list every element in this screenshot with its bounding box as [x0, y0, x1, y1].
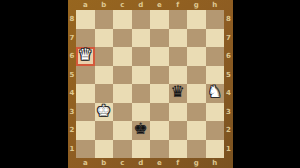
piece-white-knight[interactable]: ♞: [208, 84, 222, 100]
square-d5[interactable]: [132, 66, 151, 85]
square-e6[interactable]: [150, 47, 169, 66]
rank-labels-left: 87654321: [68, 10, 76, 158]
rank-label-1: 1: [68, 140, 76, 159]
square-g5[interactable]: [187, 66, 206, 85]
square-g4[interactable]: [187, 84, 206, 103]
square-b4[interactable]: [95, 84, 114, 103]
square-d1[interactable]: [132, 140, 151, 159]
square-b3[interactable]: ♚: [95, 103, 114, 122]
square-e3[interactable]: [150, 103, 169, 122]
chess-board: abcdefgh 87654321 ♛♛♞♚♚ 87654321 abcdefg…: [68, 0, 233, 168]
square-h1[interactable]: [206, 140, 225, 159]
square-f3[interactable]: [169, 103, 188, 122]
square-f8[interactable]: [169, 10, 188, 29]
square-c2[interactable]: [113, 121, 132, 140]
piece-black-king[interactable]: ♚: [134, 121, 148, 137]
rank-label-2: 2: [68, 121, 76, 140]
square-a2[interactable]: [76, 121, 95, 140]
square-d4[interactable]: [132, 84, 151, 103]
square-c1[interactable]: [113, 140, 132, 159]
square-h8[interactable]: [206, 10, 225, 29]
file-label-d: d: [132, 0, 151, 10]
square-b1[interactable]: [95, 140, 114, 159]
piece-white-queen[interactable]: ♛: [78, 47, 92, 63]
square-e4[interactable]: [150, 84, 169, 103]
square-d6[interactable]: [132, 47, 151, 66]
rank-label-6: 6: [224, 47, 233, 66]
file-label-a: a: [76, 158, 95, 168]
square-g2[interactable]: [187, 121, 206, 140]
file-label-f: f: [169, 158, 188, 168]
file-label-e: e: [150, 158, 169, 168]
square-g8[interactable]: [187, 10, 206, 29]
square-f1[interactable]: [169, 140, 188, 159]
square-b7[interactable]: [95, 29, 114, 48]
square-d2[interactable]: ♚: [132, 121, 151, 140]
board-grid: ♛♛♞♚♚: [76, 10, 224, 158]
rank-label-7: 7: [224, 29, 233, 48]
rank-label-4: 4: [224, 84, 233, 103]
rank-label-5: 5: [68, 66, 76, 85]
file-label-b: b: [95, 0, 114, 10]
file-label-g: g: [187, 158, 206, 168]
square-h6[interactable]: [206, 47, 225, 66]
file-label-f: f: [169, 0, 188, 10]
file-label-d: d: [132, 158, 151, 168]
square-h4[interactable]: ♞: [206, 84, 225, 103]
file-label-h: h: [206, 0, 225, 10]
rank-label-2: 2: [224, 121, 233, 140]
rank-label-3: 3: [224, 103, 233, 122]
rank-label-5: 5: [224, 66, 233, 85]
square-f5[interactable]: [169, 66, 188, 85]
file-label-a: a: [76, 0, 95, 10]
square-c7[interactable]: [113, 29, 132, 48]
square-b6[interactable]: [95, 47, 114, 66]
square-b8[interactable]: [95, 10, 114, 29]
piece-black-queen[interactable]: ♛: [171, 84, 185, 100]
rank-label-4: 4: [68, 84, 76, 103]
square-h2[interactable]: [206, 121, 225, 140]
square-h7[interactable]: [206, 29, 225, 48]
square-a6[interactable]: ♛: [76, 47, 95, 66]
rank-label-8: 8: [68, 10, 76, 29]
square-d7[interactable]: [132, 29, 151, 48]
file-label-b: b: [95, 158, 114, 168]
square-c5[interactable]: [113, 66, 132, 85]
file-label-g: g: [187, 0, 206, 10]
square-c3[interactable]: [113, 103, 132, 122]
square-e5[interactable]: [150, 66, 169, 85]
square-f2[interactable]: [169, 121, 188, 140]
square-g3[interactable]: [187, 103, 206, 122]
file-labels-top: abcdefgh: [76, 0, 224, 10]
file-label-e: e: [150, 0, 169, 10]
square-e2[interactable]: [150, 121, 169, 140]
square-c6[interactable]: [113, 47, 132, 66]
square-a8[interactable]: [76, 10, 95, 29]
square-f6[interactable]: [169, 47, 188, 66]
rank-label-1: 1: [224, 140, 233, 159]
square-c4[interactable]: [113, 84, 132, 103]
rank-label-3: 3: [68, 103, 76, 122]
square-h3[interactable]: [206, 103, 225, 122]
rank-label-6: 6: [68, 47, 76, 66]
square-e1[interactable]: [150, 140, 169, 159]
square-c8[interactable]: [113, 10, 132, 29]
square-a5[interactable]: [76, 66, 95, 85]
square-d8[interactable]: [132, 10, 151, 29]
square-f7[interactable]: [169, 29, 188, 48]
square-b5[interactable]: [95, 66, 114, 85]
square-b2[interactable]: [95, 121, 114, 140]
square-e8[interactable]: [150, 10, 169, 29]
square-a1[interactable]: [76, 140, 95, 159]
rank-label-7: 7: [68, 29, 76, 48]
screen-background: abcdefgh 87654321 ♛♛♞♚♚ 87654321 abcdefg…: [0, 0, 300, 168]
file-label-h: h: [206, 158, 225, 168]
square-h5[interactable]: [206, 66, 225, 85]
square-g7[interactable]: [187, 29, 206, 48]
file-label-c: c: [113, 158, 132, 168]
square-g6[interactable]: [187, 47, 206, 66]
file-labels-bottom: abcdefgh: [76, 158, 224, 168]
rank-labels-right: 87654321: [224, 10, 233, 158]
square-a7[interactable]: [76, 29, 95, 48]
square-e7[interactable]: [150, 29, 169, 48]
square-g1[interactable]: [187, 140, 206, 159]
file-label-c: c: [113, 0, 132, 10]
piece-white-king[interactable]: ♚: [97, 103, 111, 119]
square-f4[interactable]: ♛: [169, 84, 188, 103]
square-a4[interactable]: [76, 84, 95, 103]
square-d3[interactable]: [132, 103, 151, 122]
square-a3[interactable]: [76, 103, 95, 122]
rank-label-8: 8: [224, 10, 233, 29]
